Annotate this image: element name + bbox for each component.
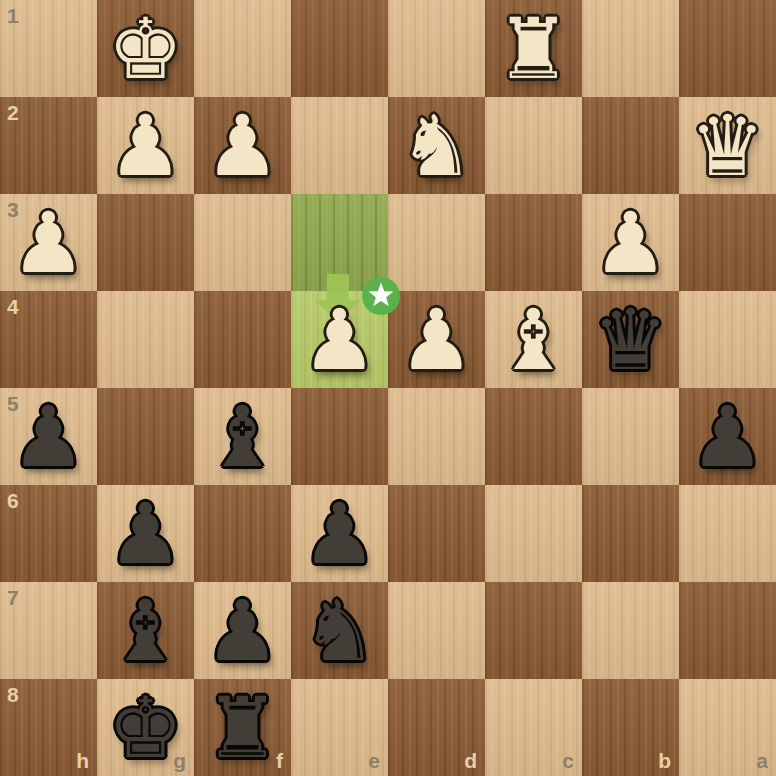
square-b5[interactable] [582, 388, 679, 485]
square-a5[interactable]: ♟ [679, 388, 776, 485]
piece-white-rook[interactable]: ♜ [485, 0, 582, 97]
square-a7[interactable] [679, 582, 776, 679]
square-b2[interactable] [582, 97, 679, 194]
file-label-b: b [658, 750, 671, 771]
rank-label-8: 8 [7, 684, 19, 705]
square-g5[interactable] [97, 388, 194, 485]
rank-label-1: 1 [7, 5, 19, 26]
square-f4[interactable] [194, 291, 291, 388]
square-d5[interactable] [388, 388, 485, 485]
piece-white-pawn[interactable]: ♟ [582, 194, 679, 291]
square-h3[interactable]: 3♟ [0, 194, 97, 291]
piece-white-queen[interactable]: ♛ [679, 97, 776, 194]
chess-board: 1♚♜2♟♟♞♛3♟♟4♟♟♝♛5♟♝♟6♟♟7♝♟♞8hg♚f♜edcba [0, 0, 776, 776]
square-c4[interactable]: ♝ [485, 291, 582, 388]
square-e4[interactable]: ♟ [291, 291, 388, 388]
square-h4[interactable]: 4 [0, 291, 97, 388]
square-d1[interactable] [388, 0, 485, 97]
square-b1[interactable] [582, 0, 679, 97]
chess-board-panel: 1♚♜2♟♟♞♛3♟♟4♟♟♝♛5♟♝♟6♟♟7♝♟♞8hg♚f♜edcba [0, 0, 776, 776]
rank-label-7: 7 [7, 587, 19, 608]
square-e2[interactable] [291, 97, 388, 194]
piece-white-bishop[interactable]: ♝ [485, 291, 582, 388]
square-b6[interactable] [582, 485, 679, 582]
square-f3[interactable] [194, 194, 291, 291]
square-d7[interactable] [388, 582, 485, 679]
square-b8[interactable]: b [582, 679, 679, 776]
square-f6[interactable] [194, 485, 291, 582]
square-a8[interactable]: a [679, 679, 776, 776]
square-g3[interactable] [97, 194, 194, 291]
piece-black-pawn[interactable]: ♟ [679, 388, 776, 485]
square-d4[interactable]: ♟ [388, 291, 485, 388]
square-f2[interactable]: ♟ [194, 97, 291, 194]
square-f7[interactable]: ♟ [194, 582, 291, 679]
file-label-a: a [756, 750, 768, 771]
square-e3[interactable] [291, 194, 388, 291]
piece-black-pawn[interactable]: ♟ [291, 485, 388, 582]
piece-white-pawn[interactable]: ♟ [97, 97, 194, 194]
square-c6[interactable] [485, 485, 582, 582]
square-a2[interactable]: ♛ [679, 97, 776, 194]
square-h6[interactable]: 6 [0, 485, 97, 582]
piece-white-pawn[interactable]: ♟ [0, 194, 97, 291]
square-f5[interactable]: ♝ [194, 388, 291, 485]
square-e8[interactable]: e [291, 679, 388, 776]
square-h1[interactable]: 1 [0, 0, 97, 97]
square-b7[interactable] [582, 582, 679, 679]
square-a6[interactable] [679, 485, 776, 582]
square-g6[interactable]: ♟ [97, 485, 194, 582]
piece-black-rook[interactable]: ♜ [194, 679, 291, 776]
square-e1[interactable] [291, 0, 388, 97]
rank-label-2: 2 [7, 102, 19, 123]
file-label-h: h [76, 750, 89, 771]
piece-white-pawn[interactable]: ♟ [388, 291, 485, 388]
square-h5[interactable]: 5♟ [0, 388, 97, 485]
square-e5[interactable] [291, 388, 388, 485]
piece-black-bishop[interactable]: ♝ [194, 388, 291, 485]
square-b3[interactable]: ♟ [582, 194, 679, 291]
square-h7[interactable]: 7 [0, 582, 97, 679]
square-c5[interactable] [485, 388, 582, 485]
square-f1[interactable] [194, 0, 291, 97]
piece-black-pawn[interactable]: ♟ [0, 388, 97, 485]
square-f8[interactable]: f♜ [194, 679, 291, 776]
square-a3[interactable] [679, 194, 776, 291]
piece-black-knight[interactable]: ♞ [291, 582, 388, 679]
square-a1[interactable] [679, 0, 776, 97]
square-d8[interactable]: d [388, 679, 485, 776]
file-label-c: c [562, 750, 574, 771]
piece-black-pawn[interactable]: ♟ [194, 582, 291, 679]
piece-black-queen[interactable]: ♛ [582, 291, 679, 388]
file-label-e: e [368, 750, 380, 771]
piece-white-pawn[interactable]: ♟ [194, 97, 291, 194]
square-h8[interactable]: 8h [0, 679, 97, 776]
piece-black-king[interactable]: ♚ [97, 679, 194, 776]
square-d2[interactable]: ♞ [388, 97, 485, 194]
square-c1[interactable]: ♜ [485, 0, 582, 97]
square-b4[interactable]: ♛ [582, 291, 679, 388]
square-d6[interactable] [388, 485, 485, 582]
rank-label-4: 4 [7, 296, 19, 317]
piece-white-king[interactable]: ♚ [97, 0, 194, 97]
piece-white-knight[interactable]: ♞ [388, 97, 485, 194]
square-g4[interactable] [97, 291, 194, 388]
piece-black-bishop[interactable]: ♝ [97, 582, 194, 679]
square-d3[interactable] [388, 194, 485, 291]
square-c8[interactable]: c [485, 679, 582, 776]
piece-white-pawn[interactable]: ♟ [291, 291, 388, 388]
square-e6[interactable]: ♟ [291, 485, 388, 582]
square-g7[interactable]: ♝ [97, 582, 194, 679]
square-c2[interactable] [485, 97, 582, 194]
square-a4[interactable] [679, 291, 776, 388]
piece-black-pawn[interactable]: ♟ [97, 485, 194, 582]
square-h2[interactable]: 2 [0, 97, 97, 194]
square-c7[interactable] [485, 582, 582, 679]
square-g8[interactable]: g♚ [97, 679, 194, 776]
square-g2[interactable]: ♟ [97, 97, 194, 194]
square-c3[interactable] [485, 194, 582, 291]
file-label-d: d [464, 750, 477, 771]
square-e7[interactable]: ♞ [291, 582, 388, 679]
square-g1[interactable]: ♚ [97, 0, 194, 97]
rank-label-6: 6 [7, 490, 19, 511]
